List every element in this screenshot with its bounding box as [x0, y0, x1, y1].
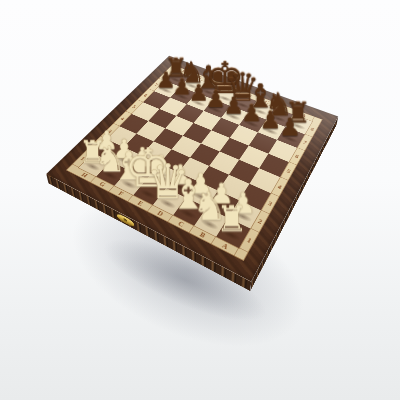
photo-background: { "game": "chess", "description": "Overh… — [0, 0, 400, 400]
white-rook-a1: ♜ — [198, 201, 266, 237]
rank-label-right-5: 5 — [280, 162, 297, 181]
square-b5 — [239, 146, 268, 169]
rank-label-right-6: 6 — [289, 148, 305, 166]
square-a5 — [259, 154, 288, 177]
chess-board: HHGGFFEEDDCCBBAA8877665544332211 ♜♞♝♛♚♝♞… — [46, 56, 338, 282]
